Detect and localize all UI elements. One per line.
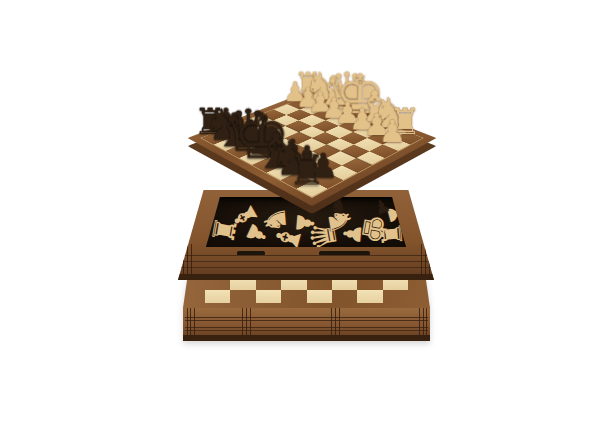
chess-set-product-photo: ♜♞♝♛♚♝♞♜♟♟♟♟♟♟♟♟♟♟♟♟♟♟♟♟♜♞♝♛♚♝♞♜ ♜♝♟♞♝♟♛… <box>0 0 600 425</box>
groove-line <box>185 330 427 331</box>
square-h8: ♜ <box>296 180 328 197</box>
chess-board-grid: ♜♞♝♛♚♝♞♜♟♟♟♟♟♟♟♟♟♟♟♟♟♟♟♟♜♞♝♛♚♝♞♜ <box>202 94 423 197</box>
closed-board-view <box>183 277 430 341</box>
groove-line <box>181 255 432 256</box>
white-pawn: ♟ <box>351 116 433 147</box>
box-bottom-edge <box>178 274 434 280</box>
closed-square <box>256 290 281 303</box>
closed-board-top <box>183 277 430 308</box>
groove-line <box>181 267 432 268</box>
closed-board-squares <box>205 277 408 303</box>
groove-line <box>185 320 427 321</box>
groove-line <box>185 317 427 318</box>
groove-line <box>181 261 432 262</box>
open-board-view: ♜♞♝♛♚♝♞♜♟♟♟♟♟♟♟♟♟♟♟♟♟♟♟♟♜♞♝♛♚♝♞♜ <box>0 0 600 230</box>
closed-square <box>383 290 408 303</box>
chess-board: ♜♞♝♛♚♝♞♜♟♟♟♟♟♟♟♟♟♟♟♟♟♟♟♟♜♞♝♛♚♝♞♜ <box>188 90 437 206</box>
closed-square <box>357 290 382 303</box>
closed-square <box>205 290 230 303</box>
black-rook: ♜ <box>260 150 352 192</box>
box-bottom-edge <box>183 335 430 341</box>
closed-square <box>332 290 357 303</box>
closed-square <box>307 290 332 303</box>
closed-square <box>281 290 306 303</box>
closed-board-front <box>183 308 430 341</box>
closed-square <box>230 290 255 303</box>
groove-line <box>185 327 427 328</box>
